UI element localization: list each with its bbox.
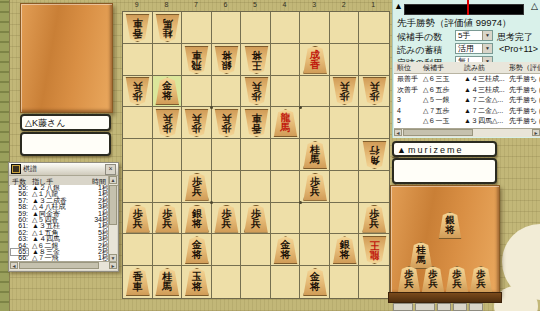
vscroll-thumb[interactable] [109, 185, 117, 225]
scroll-right-icon[interactable]: ► [109, 262, 117, 269]
kifu-horizontal-scrollbar[interactable]: ◄ ► [10, 261, 117, 270]
board-cell[interactable] [241, 12, 271, 44]
piece-歩兵[interactable]: 歩兵 [397, 266, 421, 293]
file-coordinates: 987654321 [122, 1, 390, 11]
scroll-left-icon[interactable]: ◄ [394, 129, 402, 136]
piece-歩兵[interactable]: 歩兵 [445, 266, 469, 293]
board-cell[interactable] [153, 171, 183, 203]
board-cell[interactable] [359, 107, 389, 139]
board-cell[interactable] [330, 203, 360, 235]
sente-mark: ▲ [394, 2, 403, 11]
kifu-window-title: 棋譜 [23, 164, 105, 174]
board-cell[interactable] [123, 139, 153, 171]
gote-name: △K藤さん [25, 118, 65, 128]
komadai-stand [388, 292, 502, 303]
board-cell[interactable] [153, 234, 183, 266]
board-cell[interactable] [359, 171, 389, 203]
board-cell[interactable] [212, 12, 242, 44]
evaluation-marker [467, 0, 469, 15]
board-cell[interactable] [241, 266, 271, 298]
board-cell[interactable] [300, 76, 330, 108]
gote-name-box: △K藤さん [20, 114, 111, 131]
scroll-up-icon[interactable]: ▲ [109, 176, 117, 184]
sente-name: ▲murizeme [397, 145, 463, 155]
board-cell[interactable] [212, 234, 242, 266]
piece-歩兵[interactable]: 歩兵 [421, 266, 445, 293]
board-cell[interactable] [212, 76, 242, 108]
board-cell[interactable] [271, 171, 301, 203]
close-icon[interactable]: × [105, 164, 116, 175]
candidate-table-header: 順位 候補手 読み筋 形勢（評価値） [394, 62, 540, 74]
toolbar-button-4[interactable] [453, 303, 467, 311]
evaluation-bar [404, 4, 524, 15]
kifu-vertical-scrollbar[interactable]: ▲ ▼ [108, 176, 117, 262]
gote-komadai [20, 3, 113, 113]
board-cell[interactable] [182, 12, 212, 44]
board-cell[interactable] [153, 139, 183, 171]
shogi-app: { "game": "shogi", "position": { "sfen":… [0, 0, 540, 311]
board-cell[interactable] [330, 171, 360, 203]
toolbar-button-2[interactable] [415, 303, 435, 311]
board-cell[interactable] [271, 12, 301, 44]
board-cell[interactable] [330, 12, 360, 44]
hscroll-thumb[interactable] [403, 129, 473, 136]
board-cell[interactable] [123, 234, 153, 266]
sente-name-box: ▲murizeme [392, 141, 497, 157]
scroll-right-icon[interactable]: ► [532, 129, 540, 136]
candidate-row[interactable]: 次善手△６五歩▲４三桂成...先手勝ち ( 99974) [394, 85, 540, 96]
read-accum-dropdown[interactable]: 活用 ▼ [455, 43, 493, 54]
candidate-table: 順位 候補手 読み筋 形勢（評価値） 最善手△６三玉▲４三桂成...先手勝ち (… [394, 62, 540, 130]
board-cell[interactable] [182, 139, 212, 171]
read-accum-label: 読みの蓄積 [397, 44, 442, 57]
sente-komadai: 銀将桂馬歩兵歩兵歩兵歩兵 [390, 185, 500, 295]
board-cell[interactable] [241, 171, 271, 203]
board-cell[interactable] [123, 107, 153, 139]
panel-horizontal-scrollbar[interactable]: ◄ ► [394, 128, 540, 137]
kifu-window: 棋譜 × 手数 指し手 時間 55:▲２八銀1秒56:△１八龍1秒57:▲３二成… [8, 162, 119, 272]
gote-mark: △ [531, 2, 538, 11]
board-cell[interactable] [271, 203, 301, 235]
board-cell[interactable] [271, 266, 301, 298]
piece-歩兵[interactable]: 歩兵 [469, 266, 493, 293]
board-cell[interactable] [359, 44, 389, 76]
hscroll-thumb[interactable] [19, 262, 99, 269]
candidates-count-dropdown[interactable]: 5手 ▼ [455, 30, 493, 41]
board-cell[interactable] [330, 266, 360, 298]
shogi-board-area: 987654321 一二三四五六七八九 香車桂馬飛車銀将王将成香歩兵金将歩兵歩兵… [122, 0, 400, 302]
sente-comment-box[interactable] [392, 158, 497, 184]
board-cell[interactable] [330, 107, 360, 139]
toolbar-button-3[interactable] [437, 303, 451, 311]
board-cell[interactable] [330, 44, 360, 76]
piece-桂馬[interactable]: 桂馬 [409, 242, 433, 269]
board-cell[interactable] [212, 266, 242, 298]
board-cell[interactable] [300, 203, 330, 235]
board-cell[interactable] [241, 139, 271, 171]
shogi-board: 香車桂馬飛車銀将王将成香歩兵金将歩兵歩兵歩兵歩兵歩兵歩兵香車龍馬桂馬角行歩兵歩兵… [122, 11, 390, 299]
board-cell[interactable] [153, 44, 183, 76]
kifu-window-icon [11, 164, 21, 174]
bottom-toolbar [393, 303, 513, 311]
kifu-titlebar[interactable]: 棋譜 × [9, 163, 118, 176]
scroll-left-icon[interactable]: ◄ [10, 262, 18, 269]
chevron-down-icon[interactable]: ▼ [482, 31, 492, 40]
analysis-panel: ▲ △ 先手勝勢（評価値 99974） 候補手の数 5手 ▼ 読みの蓄積 活用 … [392, 0, 540, 138]
candidate-row[interactable]: 5△６一玉▲３四馬△...先手勝ち ( 99981) [394, 116, 540, 127]
board-cell[interactable] [123, 171, 153, 203]
board-cell[interactable] [241, 234, 271, 266]
candidate-row[interactable]: 最善手△６三玉▲４三桂成...先手勝ち ( 99974) [394, 74, 540, 85]
kifu-move-list[interactable]: 55:▲２八銀1秒56:△１八龍1秒57:▲３二成香2秒58:△４八桂成3秒59… [10, 185, 111, 262]
board-cell[interactable] [300, 107, 330, 139]
board-cell[interactable] [212, 139, 242, 171]
candidate-row[interactable]: 3△５一銀▲７二金△...先手勝ち ( 99974) [394, 95, 540, 106]
board-cell[interactable] [182, 76, 212, 108]
board-cell[interactable] [123, 44, 153, 76]
gote-comment-box[interactable] [20, 132, 111, 156]
board-cell[interactable] [330, 139, 360, 171]
board-cell[interactable] [359, 12, 389, 44]
toolbar-button-1[interactable] [393, 303, 413, 311]
engine-level: <Pro+11> [499, 44, 538, 54]
board-cell[interactable] [300, 12, 330, 44]
evaluation-text: 先手勝勢（評価値 99974） [397, 17, 512, 30]
board-cell[interactable] [271, 139, 301, 171]
board-cell[interactable] [271, 44, 301, 76]
thinking-status: 思考完了 [497, 31, 533, 44]
chevron-down-icon[interactable]: ▼ [482, 44, 492, 53]
candidates-count-label: 候補手の数 [397, 31, 442, 44]
board-cell[interactable] [359, 266, 389, 298]
piece-銀将[interactable]: 銀将 [438, 212, 462, 239]
board-cell[interactable] [212, 171, 242, 203]
board-cell[interactable] [300, 234, 330, 266]
toolbar-button-5[interactable] [469, 303, 483, 311]
board-cell[interactable] [271, 76, 301, 108]
candidate-row[interactable]: 4△７五歩▲７二金△...先手勝ち ( 99979) [394, 106, 540, 117]
